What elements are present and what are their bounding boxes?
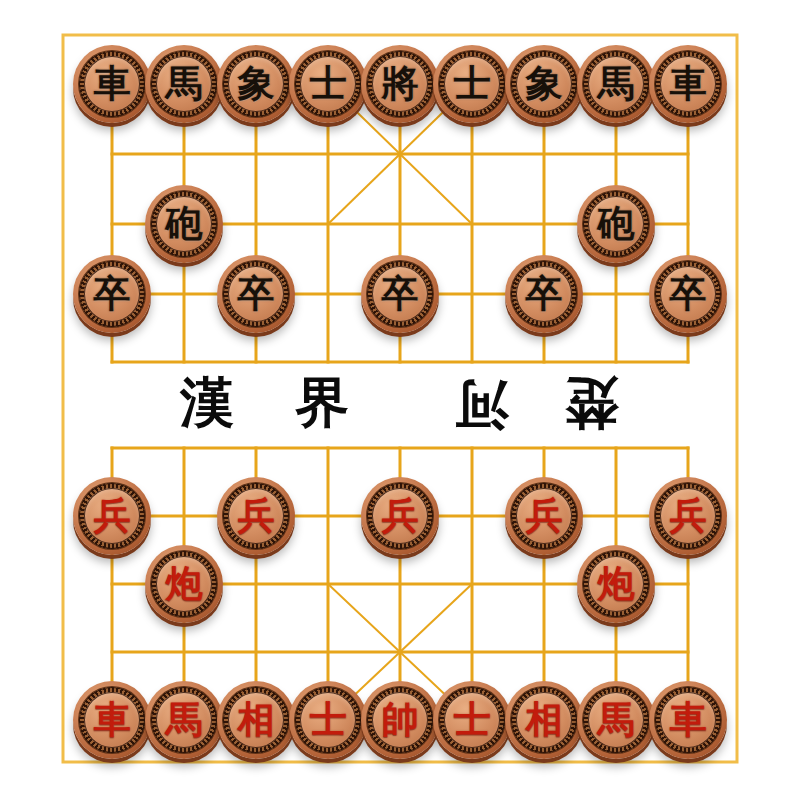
- piece-red-soldier-g7[interactable]: 兵: [505, 477, 583, 555]
- piece-glyph-red-horse: 馬: [598, 701, 635, 738]
- piece-glyph-black-general: 將: [382, 65, 419, 102]
- piece-face: 車: [660, 56, 716, 112]
- piece-face: 象: [516, 56, 572, 112]
- piece-face: 馬: [588, 692, 644, 748]
- piece-face: 卒: [228, 266, 284, 322]
- piece-black-soldier-c4[interactable]: 卒: [217, 255, 295, 333]
- piece-glyph-red-cannon: 炮: [166, 565, 203, 602]
- piece-face: 士: [444, 56, 500, 112]
- piece-glyph-red-elephant: 相: [526, 701, 563, 738]
- piece-face: 馬: [588, 56, 644, 112]
- piece-glyph-red-cannon: 炮: [598, 565, 635, 602]
- river-char-he-rotated: 河: [437, 370, 527, 440]
- piece-face: 兵: [372, 488, 428, 544]
- piece-glyph-black-soldier: 卒: [670, 275, 707, 312]
- piece-black-chariot-a1[interactable]: 車: [73, 45, 151, 123]
- piece-glyph-red-soldier: 兵: [670, 497, 707, 534]
- piece-red-soldier-e7[interactable]: 兵: [361, 477, 439, 555]
- piece-face: 帥: [372, 692, 428, 748]
- piece-glyph-black-soldier: 卒: [526, 275, 563, 312]
- piece-red-chariot-a10[interactable]: 車: [73, 681, 151, 759]
- piece-black-soldier-e4[interactable]: 卒: [361, 255, 439, 333]
- piece-face: 士: [300, 692, 356, 748]
- piece-glyph-red-chariot: 車: [94, 701, 131, 738]
- piece-face: 砲: [156, 196, 212, 252]
- piece-face: 卒: [84, 266, 140, 322]
- piece-black-soldier-g4[interactable]: 卒: [505, 255, 583, 333]
- piece-face: 士: [300, 56, 356, 112]
- piece-glyph-black-elephant: 象: [238, 65, 275, 102]
- piece-glyph-red-elephant: 相: [238, 701, 275, 738]
- piece-face: 炮: [156, 556, 212, 612]
- piece-red-elephant-g10[interactable]: 相: [505, 681, 583, 759]
- piece-face: 兵: [228, 488, 284, 544]
- piece-red-general-e10[interactable]: 帥: [361, 681, 439, 759]
- piece-face: 兵: [516, 488, 572, 544]
- piece-black-cannon-b3[interactable]: 砲: [145, 185, 223, 263]
- piece-face: 砲: [588, 196, 644, 252]
- piece-red-soldier-c7[interactable]: 兵: [217, 477, 295, 555]
- piece-glyph-red-advisor: 士: [454, 701, 491, 738]
- piece-glyph-red-soldier: 兵: [238, 497, 275, 534]
- piece-face: 卒: [516, 266, 572, 322]
- piece-red-elephant-c10[interactable]: 相: [217, 681, 295, 759]
- piece-red-cannon-b8[interactable]: 炮: [145, 545, 223, 623]
- piece-face: 炮: [588, 556, 644, 612]
- piece-glyph-black-soldier: 卒: [94, 275, 131, 312]
- piece-face: 馬: [156, 692, 212, 748]
- piece-glyph-black-soldier: 卒: [382, 275, 419, 312]
- piece-face: 兵: [660, 488, 716, 544]
- piece-red-cannon-h8[interactable]: 炮: [577, 545, 655, 623]
- piece-face: 馬: [156, 56, 212, 112]
- piece-glyph-red-chariot: 車: [670, 701, 707, 738]
- piece-black-advisor-d1[interactable]: 士: [289, 45, 367, 123]
- piece-red-advisor-f10[interactable]: 士: [433, 681, 511, 759]
- river-char-jie: 界: [277, 368, 367, 438]
- piece-glyph-black-cannon: 砲: [598, 205, 635, 242]
- piece-red-soldier-a7[interactable]: 兵: [73, 477, 151, 555]
- piece-red-horse-h10[interactable]: 馬: [577, 681, 655, 759]
- piece-face: 卒: [372, 266, 428, 322]
- piece-face: 相: [228, 692, 284, 748]
- piece-red-soldier-i7[interactable]: 兵: [649, 477, 727, 555]
- piece-black-soldier-a4[interactable]: 卒: [73, 255, 151, 333]
- piece-face: 車: [660, 692, 716, 748]
- piece-face: 車: [84, 56, 140, 112]
- piece-glyph-red-soldier: 兵: [94, 497, 131, 534]
- piece-red-horse-b10[interactable]: 馬: [145, 681, 223, 759]
- piece-glyph-black-advisor: 士: [454, 65, 491, 102]
- piece-black-cannon-h3[interactable]: 砲: [577, 185, 655, 263]
- piece-face: 車: [84, 692, 140, 748]
- piece-glyph-red-soldier: 兵: [382, 497, 419, 534]
- piece-black-horse-b1[interactable]: 馬: [145, 45, 223, 123]
- piece-black-elephant-g1[interactable]: 象: [505, 45, 583, 123]
- piece-glyph-black-elephant: 象: [526, 65, 563, 102]
- piece-face: 象: [228, 56, 284, 112]
- piece-glyph-black-chariot: 車: [94, 65, 131, 102]
- piece-black-general-e1[interactable]: 將: [361, 45, 439, 123]
- river-char-han: 漢: [162, 368, 252, 438]
- piece-glyph-black-advisor: 士: [310, 65, 347, 102]
- piece-glyph-red-general: 帥: [382, 701, 419, 738]
- piece-glyph-black-cannon: 砲: [166, 205, 203, 242]
- piece-face: 兵: [84, 488, 140, 544]
- piece-face: 將: [372, 56, 428, 112]
- piece-glyph-red-soldier: 兵: [526, 497, 563, 534]
- piece-face: 卒: [660, 266, 716, 322]
- piece-face: 士: [444, 692, 500, 748]
- piece-glyph-red-horse: 馬: [166, 701, 203, 738]
- xiangqi-board: 漢 界 河 楚 車馬象士將士象馬車砲砲卒卒卒卒卒兵兵兵兵兵炮炮車馬相士帥士相馬車: [0, 0, 800, 800]
- piece-glyph-black-soldier: 卒: [238, 275, 275, 312]
- piece-black-soldier-i4[interactable]: 卒: [649, 255, 727, 333]
- piece-glyph-black-horse: 馬: [166, 65, 203, 102]
- piece-black-horse-h1[interactable]: 馬: [577, 45, 655, 123]
- piece-red-advisor-d10[interactable]: 士: [289, 681, 367, 759]
- piece-black-elephant-c1[interactable]: 象: [217, 45, 295, 123]
- piece-glyph-black-horse: 馬: [598, 65, 635, 102]
- piece-glyph-black-chariot: 車: [670, 65, 707, 102]
- river-char-chu-rotated: 楚: [547, 368, 637, 438]
- piece-black-advisor-f1[interactable]: 士: [433, 45, 511, 123]
- piece-face: 相: [516, 692, 572, 748]
- piece-glyph-red-advisor: 士: [310, 701, 347, 738]
- piece-red-chariot-i10[interactable]: 車: [649, 681, 727, 759]
- piece-black-chariot-i1[interactable]: 車: [649, 45, 727, 123]
